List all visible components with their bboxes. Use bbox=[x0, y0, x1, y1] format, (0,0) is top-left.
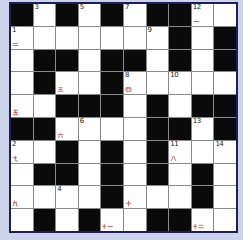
block-cell-r3c3 bbox=[56, 50, 78, 72]
crossword-board: 3571219810613211144 bbox=[9, 2, 238, 233]
cell-r10c3[interactable] bbox=[56, 209, 78, 231]
cell-r6c5[interactable] bbox=[101, 118, 123, 140]
block-cell-r9c9 bbox=[192, 186, 214, 208]
answer-order-mark-五 bbox=[12, 109, 19, 116]
cell-r6c9[interactable]: 13 bbox=[192, 118, 214, 140]
cell-r6c6[interactable] bbox=[124, 118, 146, 140]
block-cell-r5c7 bbox=[147, 95, 169, 117]
answer-order-mark-十 bbox=[125, 200, 132, 207]
cell-r5c2[interactable] bbox=[34, 95, 56, 117]
page-background: { "game": "crossword", "board": { "rows"… bbox=[0, 0, 243, 240]
answer-order-mark-八 bbox=[170, 155, 177, 162]
cell-r9c3[interactable]: 4 bbox=[56, 186, 78, 208]
clue-number-5: 5 bbox=[80, 4, 84, 11]
block-cell-r1c5 bbox=[101, 4, 123, 26]
cell-r5c6[interactable] bbox=[124, 95, 146, 117]
clue-number-10: 10 bbox=[170, 72, 178, 79]
block-cell-r7c3 bbox=[56, 141, 78, 163]
block-cell-r3c2 bbox=[34, 50, 56, 72]
cell-r1c6[interactable]: 7 bbox=[124, 4, 146, 26]
cell-r8c10[interactable] bbox=[214, 164, 236, 186]
block-cell-r1c7 bbox=[147, 4, 169, 26]
block-cell-r1c8 bbox=[169, 4, 191, 26]
clue-number-14: 14 bbox=[215, 141, 223, 148]
cell-r7c9[interactable] bbox=[192, 141, 214, 163]
cell-r3c9[interactable] bbox=[192, 50, 214, 72]
block-cell-r8c3 bbox=[56, 164, 78, 186]
cell-r4c9[interactable] bbox=[192, 72, 214, 94]
cell-r5c8[interactable] bbox=[169, 95, 191, 117]
block-cell-r3c10 bbox=[214, 50, 236, 72]
block-cell-r3c6 bbox=[124, 50, 146, 72]
cell-r4c7[interactable] bbox=[147, 72, 169, 94]
cell-r1c9[interactable]: 12 bbox=[192, 4, 214, 26]
answer-order-mark-二 bbox=[12, 41, 19, 48]
block-cell-r2c8 bbox=[169, 27, 191, 49]
block-cell-r6c7 bbox=[147, 118, 169, 140]
block-cell-r3c5 bbox=[101, 50, 123, 72]
clue-number-2: 2 bbox=[12, 141, 16, 148]
block-cell-r8c9 bbox=[192, 164, 214, 186]
block-cell-r6c10 bbox=[214, 118, 236, 140]
block-cell-r5c4 bbox=[79, 95, 101, 117]
block-cell-r5c9 bbox=[192, 95, 214, 117]
block-cell-r5c3 bbox=[56, 95, 78, 117]
clue-number-8: 8 bbox=[125, 72, 129, 79]
block-cell-r8c5 bbox=[101, 164, 123, 186]
cell-r2c9[interactable] bbox=[192, 27, 214, 49]
block-cell-r3c8 bbox=[169, 50, 191, 72]
cell-r4c1[interactable] bbox=[11, 72, 33, 94]
cell-r3c4[interactable] bbox=[79, 50, 101, 72]
cell-r2c3[interactable] bbox=[56, 27, 78, 49]
cell-r2c5[interactable] bbox=[101, 27, 123, 49]
block-cell-r1c1 bbox=[11, 4, 33, 26]
answer-order-mark-九 bbox=[12, 200, 19, 207]
clue-number-12: 12 bbox=[193, 4, 201, 11]
block-cell-r6c2 bbox=[34, 118, 56, 140]
cell-r10c9[interactable] bbox=[192, 209, 214, 231]
block-cell-r2c10 bbox=[214, 27, 236, 49]
block-cell-r7c5 bbox=[101, 141, 123, 163]
cell-r9c7[interactable] bbox=[147, 186, 169, 208]
cell-r1c10[interactable] bbox=[214, 4, 236, 26]
cell-r8c1[interactable] bbox=[11, 164, 33, 186]
answer-order-mark-十二 bbox=[193, 223, 204, 230]
clue-number-13: 13 bbox=[193, 118, 201, 125]
clue-number-11: 11 bbox=[170, 141, 178, 148]
answer-order-mark-十一 bbox=[102, 223, 113, 230]
cell-r7c10[interactable]: 14 bbox=[214, 141, 236, 163]
cell-r7c2[interactable] bbox=[34, 141, 56, 163]
cell-r10c1[interactable] bbox=[11, 209, 33, 231]
cell-r1c4[interactable]: 5 bbox=[79, 4, 101, 26]
answer-order-mark-三 bbox=[57, 86, 64, 93]
block-cell-r4c5 bbox=[101, 72, 123, 94]
cell-r7c1[interactable]: 2 bbox=[11, 141, 33, 163]
cell-r10c10[interactable] bbox=[214, 209, 236, 231]
block-cell-r10c4 bbox=[79, 209, 101, 231]
cell-r8c4[interactable] bbox=[79, 164, 101, 186]
block-cell-r10c2 bbox=[34, 209, 56, 231]
cell-r7c8[interactable]: 11 bbox=[169, 141, 191, 163]
cell-r9c1[interactable] bbox=[11, 186, 33, 208]
block-cell-r8c2 bbox=[34, 164, 56, 186]
clue-number-3: 3 bbox=[35, 4, 39, 11]
block-cell-r7c7 bbox=[147, 141, 169, 163]
cell-r9c6[interactable] bbox=[124, 186, 146, 208]
cell-r6c4[interactable]: 6 bbox=[79, 118, 101, 140]
cell-r8c8[interactable] bbox=[169, 164, 191, 186]
answer-order-mark-六 bbox=[57, 132, 64, 139]
block-cell-r10c7 bbox=[147, 209, 169, 231]
answer-order-mark-一 bbox=[193, 18, 200, 25]
clue-number-6: 6 bbox=[80, 118, 84, 125]
cell-r4c6[interactable]: 8 bbox=[124, 72, 146, 94]
block-cell-r9c5 bbox=[101, 186, 123, 208]
answer-order-mark-七 bbox=[12, 155, 19, 162]
block-cell-r6c8 bbox=[169, 118, 191, 140]
cell-r4c4[interactable] bbox=[79, 72, 101, 94]
cell-r7c4[interactable] bbox=[79, 141, 101, 163]
clue-number-1: 1 bbox=[12, 27, 16, 34]
answer-order-mark-四 bbox=[125, 86, 132, 93]
cell-r4c3[interactable] bbox=[56, 72, 78, 94]
cell-r2c7[interactable]: 9 bbox=[147, 27, 169, 49]
cell-r9c4[interactable] bbox=[79, 186, 101, 208]
clue-number-4: 4 bbox=[57, 186, 61, 193]
cell-r9c10[interactable] bbox=[214, 186, 236, 208]
cell-r9c8[interactable] bbox=[169, 186, 191, 208]
cell-r3c7[interactable] bbox=[147, 50, 169, 72]
block-cell-r6c1 bbox=[11, 118, 33, 140]
cell-r6c3[interactable] bbox=[56, 118, 78, 140]
clue-number-9: 9 bbox=[148, 27, 152, 34]
cell-r8c6[interactable] bbox=[124, 164, 146, 186]
cell-r5c1[interactable] bbox=[11, 95, 33, 117]
block-cell-r5c5 bbox=[101, 95, 123, 117]
cell-r2c2[interactable] bbox=[34, 27, 56, 49]
cell-r2c6[interactable] bbox=[124, 27, 146, 49]
cell-r10c5[interactable] bbox=[101, 209, 123, 231]
cell-r9c2[interactable] bbox=[34, 186, 56, 208]
block-cell-r4c2 bbox=[34, 72, 56, 94]
block-cell-r10c8 bbox=[169, 209, 191, 231]
cell-r3c1[interactable] bbox=[11, 50, 33, 72]
cell-r1c2[interactable]: 3 bbox=[34, 4, 56, 26]
cell-r2c4[interactable] bbox=[79, 27, 101, 49]
block-cell-r8c7 bbox=[147, 164, 169, 186]
cell-r4c8[interactable]: 10 bbox=[169, 72, 191, 94]
cell-r7c6[interactable] bbox=[124, 141, 146, 163]
cell-r10c6[interactable] bbox=[124, 209, 146, 231]
cell-r4c10[interactable] bbox=[214, 72, 236, 94]
block-cell-r1c3 bbox=[56, 4, 78, 26]
cell-r2c1[interactable]: 1 bbox=[11, 27, 33, 49]
block-cell-r5c10 bbox=[214, 95, 236, 117]
clue-number-7: 7 bbox=[125, 4, 129, 11]
